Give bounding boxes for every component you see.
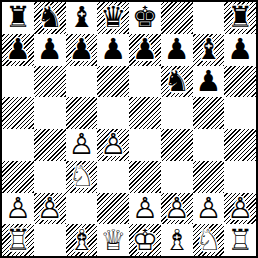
- square-a2[interactable]: ♟♙: [2, 193, 34, 225]
- square-a6[interactable]: [2, 66, 34, 98]
- square-d6[interactable]: [97, 66, 129, 98]
- piece-black-pawn[interactable]: ♟♟: [224, 34, 256, 66]
- square-d3[interactable]: [97, 161, 129, 193]
- piece-black-pawn[interactable]: ♟♟: [97, 34, 129, 66]
- square-c2[interactable]: [66, 193, 98, 225]
- piece-glyph: ♗: [161, 224, 193, 256]
- piece-glyph: ♙: [193, 193, 225, 225]
- square-f7[interactable]: ♟♟: [161, 34, 193, 66]
- square-b2[interactable]: ♟♙: [34, 193, 66, 225]
- square-b5[interactable]: [34, 97, 66, 129]
- square-c8[interactable]: ♝♝: [66, 2, 98, 34]
- piece-glyph: ♙: [34, 193, 66, 225]
- piece-glyph: ♟: [66, 34, 98, 66]
- square-c3[interactable]: ♞♘: [66, 161, 98, 193]
- square-h7[interactable]: ♟♟: [224, 34, 256, 66]
- square-f3[interactable]: [161, 161, 193, 193]
- piece-glyph: ♟: [97, 34, 129, 66]
- piece-black-rook[interactable]: ♜♜: [2, 2, 34, 34]
- square-a7[interactable]: ♟♟: [2, 34, 34, 66]
- piece-glyph: ♕: [97, 224, 129, 256]
- square-h8[interactable]: ♜♜: [224, 2, 256, 34]
- square-a5[interactable]: [2, 97, 34, 129]
- square-a1[interactable]: ♜♖: [2, 224, 34, 256]
- square-e5[interactable]: [129, 97, 161, 129]
- piece-white-pawn[interactable]: ♟♙: [97, 129, 129, 161]
- piece-white-pawn[interactable]: ♟♙: [224, 193, 256, 225]
- square-c7[interactable]: ♟♟: [66, 34, 98, 66]
- square-b3[interactable]: [34, 161, 66, 193]
- piece-white-rook[interactable]: ♜♖: [224, 224, 256, 256]
- piece-black-knight[interactable]: ♞♞: [34, 2, 66, 34]
- piece-glyph: ♘: [193, 224, 225, 256]
- square-h6[interactable]: [224, 66, 256, 98]
- square-h3[interactable]: [224, 161, 256, 193]
- piece-black-pawn[interactable]: ♟♟: [161, 34, 193, 66]
- piece-glyph: ♔: [129, 224, 161, 256]
- piece-glyph: ♞: [34, 2, 66, 34]
- square-c4[interactable]: ♟♙: [66, 129, 98, 161]
- square-g7[interactable]: ♝♝: [193, 34, 225, 66]
- piece-white-pawn[interactable]: ♟♙: [161, 193, 193, 225]
- piece-glyph: ♟: [224, 34, 256, 66]
- piece-white-bishop[interactable]: ♝♗: [66, 224, 98, 256]
- piece-white-queen[interactable]: ♛♕: [97, 224, 129, 256]
- square-d5[interactable]: [97, 97, 129, 129]
- piece-glyph: ♙: [161, 193, 193, 225]
- piece-glyph: ♙: [129, 193, 161, 225]
- piece-black-pawn[interactable]: ♟♟: [66, 34, 98, 66]
- square-e8[interactable]: ♚♚: [129, 2, 161, 34]
- square-g6[interactable]: ♟♟: [193, 66, 225, 98]
- square-b7[interactable]: ♟♟: [34, 34, 66, 66]
- piece-glyph: ♙: [2, 193, 34, 225]
- square-g4[interactable]: [193, 129, 225, 161]
- piece-glyph: ♟: [161, 34, 193, 66]
- square-e7[interactable]: ♟♟: [129, 34, 161, 66]
- square-h1[interactable]: ♜♖: [224, 224, 256, 256]
- piece-glyph: ♟: [34, 34, 66, 66]
- piece-glyph: ♛: [97, 2, 129, 34]
- square-d1[interactable]: ♛♕: [97, 224, 129, 256]
- square-f1[interactable]: ♝♗: [161, 224, 193, 256]
- piece-glyph: ♖: [2, 224, 34, 256]
- piece-black-bishop[interactable]: ♝♝: [66, 2, 98, 34]
- square-b8[interactable]: ♞♞: [34, 2, 66, 34]
- square-c5[interactable]: [66, 97, 98, 129]
- square-c1[interactable]: ♝♗: [66, 224, 98, 256]
- square-d7[interactable]: ♟♟: [97, 34, 129, 66]
- piece-black-king[interactable]: ♚♚: [129, 2, 161, 34]
- square-e6[interactable]: [129, 66, 161, 98]
- piece-glyph: ♟: [193, 66, 225, 98]
- square-g3[interactable]: [193, 161, 225, 193]
- piece-black-bishop[interactable]: ♝♝: [193, 34, 225, 66]
- square-f2[interactable]: ♟♙: [161, 193, 193, 225]
- square-f4[interactable]: [161, 129, 193, 161]
- piece-glyph: ♗: [66, 224, 98, 256]
- piece-white-rook[interactable]: ♜♖: [2, 224, 34, 256]
- square-g8[interactable]: [193, 2, 225, 34]
- piece-white-pawn[interactable]: ♟♙: [2, 193, 34, 225]
- square-a3[interactable]: [2, 161, 34, 193]
- square-h2[interactable]: ♟♙: [224, 193, 256, 225]
- square-e4[interactable]: [129, 129, 161, 161]
- square-h5[interactable]: [224, 97, 256, 129]
- piece-glyph: ♘: [66, 161, 98, 193]
- piece-white-king[interactable]: ♚♔: [129, 224, 161, 256]
- square-a8[interactable]: ♜♜: [2, 2, 34, 34]
- square-b6[interactable]: [34, 66, 66, 98]
- piece-white-pawn[interactable]: ♟♙: [193, 193, 225, 225]
- piece-black-queen[interactable]: ♛♛: [97, 2, 129, 34]
- square-b4[interactable]: [34, 129, 66, 161]
- square-c6[interactable]: [66, 66, 98, 98]
- piece-glyph: ♝: [66, 2, 98, 34]
- square-d4[interactable]: ♟♙: [97, 129, 129, 161]
- piece-glyph: ♚: [129, 2, 161, 34]
- square-e1[interactable]: ♚♔: [129, 224, 161, 256]
- piece-glyph: ♙: [66, 129, 98, 161]
- square-h4[interactable]: [224, 129, 256, 161]
- piece-white-bishop[interactable]: ♝♗: [161, 224, 193, 256]
- square-f8[interactable]: [161, 2, 193, 34]
- square-g2[interactable]: ♟♙: [193, 193, 225, 225]
- piece-glyph: ♜: [2, 2, 34, 34]
- piece-white-pawn[interactable]: ♟♙: [129, 193, 161, 225]
- piece-glyph: ♟: [129, 34, 161, 66]
- square-g1[interactable]: ♞♘: [193, 224, 225, 256]
- square-f5[interactable]: [161, 97, 193, 129]
- square-e3[interactable]: [129, 161, 161, 193]
- square-d8[interactable]: ♛♛: [97, 2, 129, 34]
- piece-glyph: ♟: [2, 34, 34, 66]
- piece-glyph: ♝: [193, 34, 225, 66]
- piece-glyph: ♞: [161, 66, 193, 98]
- piece-glyph: ♖: [224, 224, 256, 256]
- piece-white-pawn[interactable]: ♟♙: [66, 129, 98, 161]
- square-f6[interactable]: ♞♞: [161, 66, 193, 98]
- piece-white-knight[interactable]: ♞♘: [193, 224, 225, 256]
- chess-board: ♜♜♞♞♝♝♛♛♚♚♜♜♟♟♟♟♟♟♟♟♟♟♟♟♝♝♟♟♞♞♟♟♟♙♟♙♞♘♟♙…: [0, 0, 258, 258]
- piece-black-knight[interactable]: ♞♞: [161, 66, 193, 98]
- piece-black-pawn[interactable]: ♟♟: [193, 66, 225, 98]
- square-e2[interactable]: ♟♙: [129, 193, 161, 225]
- piece-glyph: ♜: [224, 2, 256, 34]
- piece-black-pawn[interactable]: ♟♟: [129, 34, 161, 66]
- square-b1[interactable]: [34, 224, 66, 256]
- square-a4[interactable]: [2, 129, 34, 161]
- piece-glyph: ♙: [224, 193, 256, 225]
- piece-black-pawn[interactable]: ♟♟: [2, 34, 34, 66]
- piece-white-pawn[interactable]: ♟♙: [34, 193, 66, 225]
- square-g5[interactable]: [193, 97, 225, 129]
- piece-black-rook[interactable]: ♜♜: [224, 2, 256, 34]
- piece-white-knight[interactable]: ♞♘: [66, 161, 98, 193]
- piece-black-pawn[interactable]: ♟♟: [34, 34, 66, 66]
- square-d2[interactable]: [97, 193, 129, 225]
- piece-glyph: ♙: [97, 129, 129, 161]
